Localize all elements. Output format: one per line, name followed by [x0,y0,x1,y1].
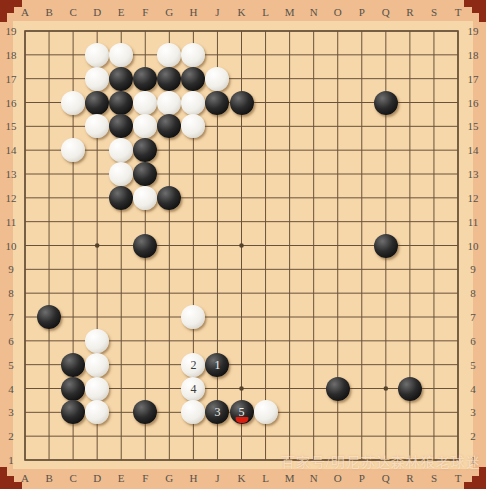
stone-D16 [85,91,109,115]
coord-label: T [455,7,462,18]
corner-ornament [0,467,22,489]
coord-label: F [142,7,148,18]
coord-label: S [431,473,437,484]
coord-label: 7 [470,312,476,323]
star-point [239,243,244,248]
stone-Q16 [374,91,398,115]
coord-label: 6 [470,335,476,346]
stone-D18 [85,43,109,67]
coord-label: 17 [6,73,17,84]
coord-label: M [285,7,295,18]
corner-ornament [464,0,486,22]
coord-label: 12 [6,192,17,203]
coord-label: K [238,473,246,484]
coord-label: A [21,7,29,18]
coord-label: Q [382,7,390,18]
coord-label: 12 [468,192,479,203]
coord-label: D [93,7,101,18]
star-point [384,386,389,391]
move-number-label: 5 [239,406,245,418]
stone-E13 [109,162,133,186]
stone-D5 [85,353,109,377]
coord-label: 11 [468,216,479,227]
stone-H4: 4 [181,377,205,401]
stone-F15 [133,114,157,138]
coord-label: M [285,473,295,484]
stone-H3 [181,400,205,424]
coord-label: R [406,473,413,484]
stone-F17 [133,67,157,91]
stone-C5 [61,353,85,377]
coord-label: 6 [8,335,14,346]
coord-label: 3 [8,407,14,418]
coord-label: 10 [468,240,479,251]
move-number-label: 2 [190,359,196,371]
coord-label: 18 [468,49,479,60]
coord-label: 14 [468,145,479,156]
stone-F10 [133,234,157,258]
coord-label: 11 [6,216,17,227]
stone-J5: 1 [205,353,229,377]
coord-label: J [215,473,219,484]
stone-J16 [205,91,229,115]
coord-label: P [359,7,365,18]
stone-C3 [61,400,85,424]
stone-G15 [157,114,181,138]
coord-label: P [359,473,365,484]
coord-label: 13 [6,169,17,180]
stone-O4 [326,377,350,401]
coord-label: 9 [470,264,476,275]
stone-D4 [85,377,109,401]
stone-L3 [254,400,278,424]
stone-C14 [61,138,85,162]
coord-label: 5 [470,359,476,370]
stone-F12 [133,186,157,210]
coord-label: N [310,7,318,18]
coord-label: 14 [6,145,17,156]
coord-label: 16 [6,97,17,108]
coord-label: 8 [8,288,14,299]
move-number-label: 3 [214,406,220,418]
coord-label: H [189,473,197,484]
coord-label: 17 [468,73,479,84]
stone-F16 [133,91,157,115]
coord-label: K [238,7,246,18]
coord-label: S [431,7,437,18]
coord-label: 10 [6,240,17,251]
stone-D3 [85,400,109,424]
stone-H16 [181,91,205,115]
coord-label: 19 [6,26,17,37]
coord-label: 15 [6,121,17,132]
coord-label: 8 [470,288,476,299]
stone-G18 [157,43,181,67]
coord-label: Q [382,473,390,484]
coord-label: L [262,7,269,18]
stone-E18 [109,43,133,67]
stone-H15 [181,114,205,138]
coord-label: 16 [468,97,479,108]
coord-label: C [69,7,76,18]
go-app-window: AABBCCDDEEFFGGHHJJKKLLMMNNOOPPQQRRSSTT19… [0,0,486,489]
stone-J17 [205,67,229,91]
coord-label: 4 [8,383,14,394]
stone-B7 [37,305,61,329]
coord-label: H [189,7,197,18]
coord-label: 18 [6,49,17,60]
coord-label: C [69,473,76,484]
coord-label: 4 [470,383,476,394]
stone-Q10 [374,234,398,258]
stone-H5: 2 [181,353,205,377]
coord-label: 15 [468,121,479,132]
stone-G12 [157,186,181,210]
stone-E15 [109,114,133,138]
stone-D6 [85,329,109,353]
coord-label: J [215,7,219,18]
stone-E17 [109,67,133,91]
stone-F3 [133,400,157,424]
coord-label: E [118,7,125,18]
stone-E14 [109,138,133,162]
coord-label: 7 [8,312,14,323]
stone-C4 [61,377,85,401]
coord-label: 2 [470,431,476,442]
stone-D15 [85,114,109,138]
coord-label: F [142,473,148,484]
coord-label: 13 [468,169,479,180]
move-number-label: 1 [214,359,220,371]
star-point [239,386,244,391]
stone-C16 [61,91,85,115]
coord-label: N [310,473,318,484]
star-point [95,243,100,248]
stone-G17 [157,67,181,91]
coord-label: G [165,473,173,484]
coord-label: O [334,473,342,484]
coord-label: T [455,473,462,484]
stone-K16 [230,91,254,115]
watermark: 百家号/明尼苏达森林狼老球迷 [281,454,481,472]
coord-label: A [21,473,29,484]
stone-G16 [157,91,181,115]
coord-label: 2 [8,431,14,442]
coord-label: 9 [8,264,14,275]
coord-label: B [45,473,52,484]
coord-label: B [45,7,52,18]
stone-H18 [181,43,205,67]
coord-label: O [334,7,342,18]
coord-label: 19 [468,26,479,37]
coord-label: 1 [8,455,14,466]
stone-K3: 5 [230,400,254,424]
stone-J3: 3 [205,400,229,424]
stone-F14 [133,138,157,162]
coord-label: 3 [470,407,476,418]
coord-label: E [118,473,125,484]
move-number-label: 4 [190,383,196,395]
stone-D17 [85,67,109,91]
coord-label: G [165,7,173,18]
coord-label: R [406,7,413,18]
corner-ornament [0,0,22,22]
stone-E12 [109,186,133,210]
stone-F13 [133,162,157,186]
coord-label: D [93,473,101,484]
stone-R4 [398,377,422,401]
coord-label: L [262,473,269,484]
coord-label: 5 [8,359,14,370]
stone-E16 [109,91,133,115]
stone-H17 [181,67,205,91]
stone-H7 [181,305,205,329]
